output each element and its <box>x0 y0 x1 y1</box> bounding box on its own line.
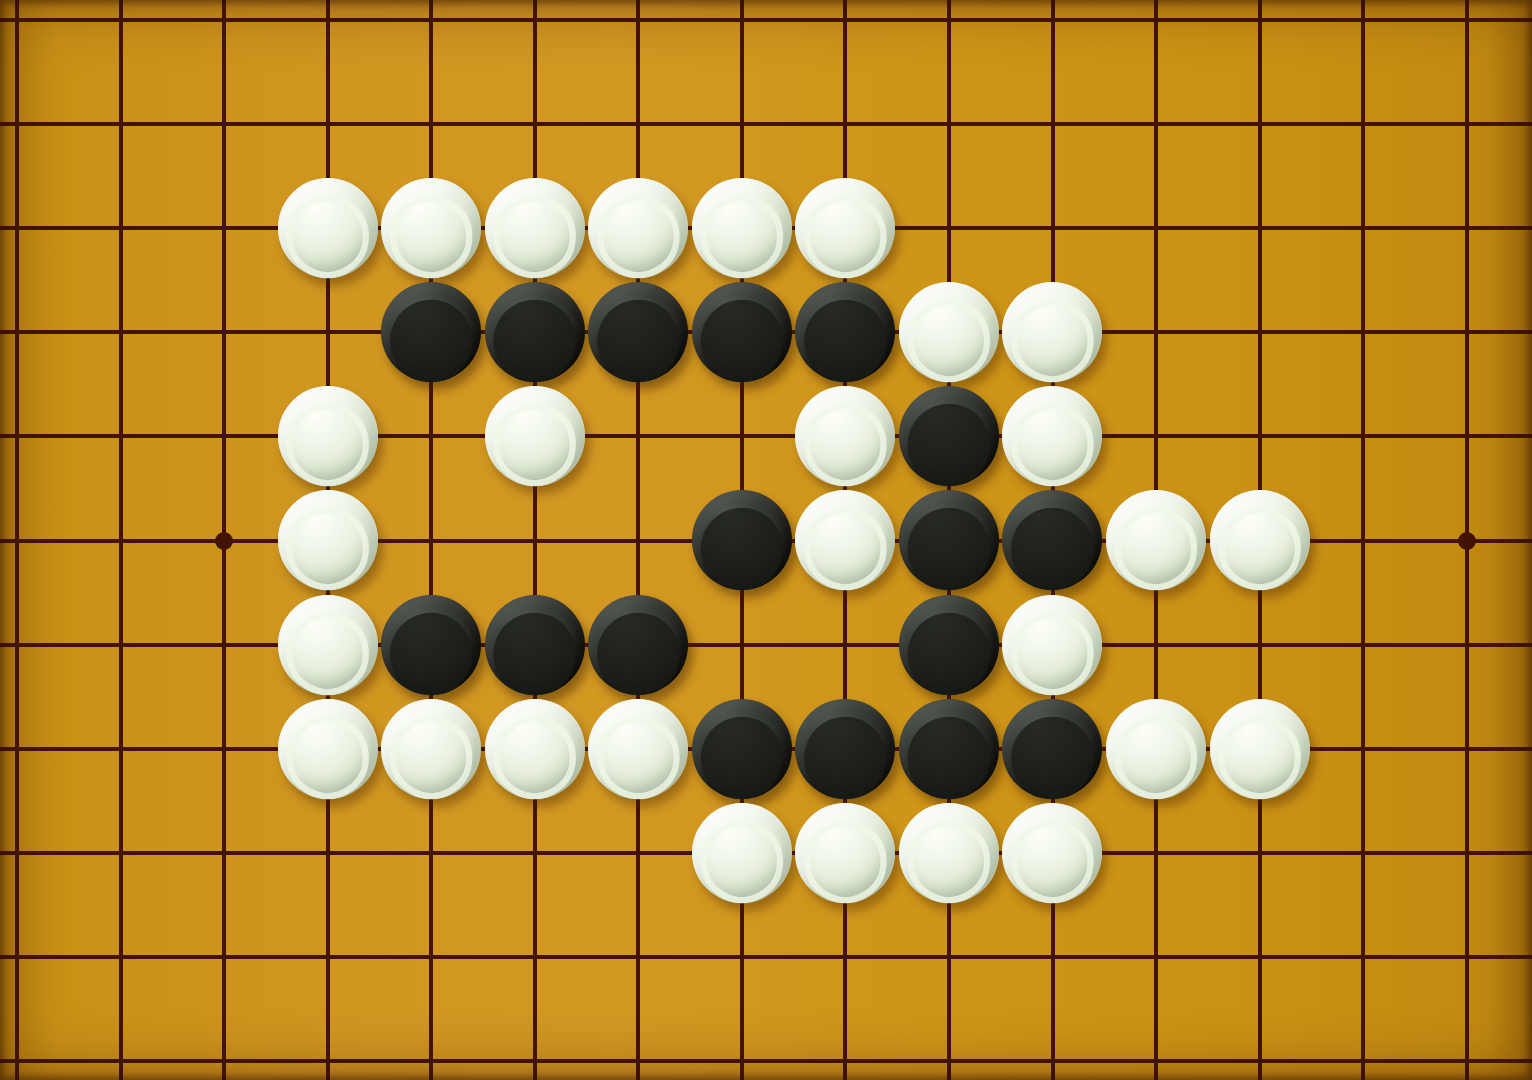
black-stone-glyph: ● <box>384 595 478 695</box>
black-stone-glyph: ● <box>902 386 996 486</box>
white-stone: ○ <box>1210 699 1310 799</box>
black-stone: ● <box>588 282 688 382</box>
black-stone-glyph: ● <box>488 595 582 695</box>
black-stone-glyph: ● <box>695 282 789 382</box>
white-stone-glyph: ○ <box>1005 803 1099 903</box>
black-stone: ● <box>795 282 895 382</box>
black-stone: ● <box>899 595 999 695</box>
white-stone: ○ <box>278 595 378 695</box>
black-stone-glyph: ● <box>902 490 996 590</box>
white-stone: ○ <box>588 699 688 799</box>
black-stone-glyph: ● <box>1005 490 1099 590</box>
black-stone-glyph: ● <box>591 595 685 695</box>
black-stone: ● <box>692 490 792 590</box>
black-stone: ● <box>899 386 999 486</box>
white-stone: ○ <box>588 178 688 278</box>
white-stone: ○ <box>795 178 895 278</box>
white-stone-glyph: ○ <box>798 803 892 903</box>
white-stone-glyph: ○ <box>280 699 374 799</box>
black-stone: ● <box>381 282 481 382</box>
white-stone: ○ <box>381 699 481 799</box>
white-stone-glyph: ○ <box>488 178 582 278</box>
white-stone-glyph: ○ <box>1005 282 1099 382</box>
white-stone-glyph: ○ <box>902 803 996 903</box>
white-stone-glyph: ○ <box>1212 490 1306 590</box>
white-stone-glyph: ○ <box>798 490 892 590</box>
white-stone: ○ <box>1106 699 1206 799</box>
black-stone: ● <box>1002 699 1102 799</box>
white-stone: ○ <box>899 803 999 903</box>
white-stone: ○ <box>795 490 895 590</box>
white-stone: ○ <box>692 178 792 278</box>
white-stone: ○ <box>278 490 378 590</box>
white-stone-glyph: ○ <box>280 386 374 486</box>
white-stone: ○ <box>1002 282 1102 382</box>
white-stone-glyph: ○ <box>280 178 374 278</box>
white-stone-glyph: ○ <box>591 699 685 799</box>
black-stone: ● <box>485 282 585 382</box>
white-stone-glyph: ○ <box>1109 699 1203 799</box>
white-stone-glyph: ○ <box>384 699 478 799</box>
go-board[interactable]: ○○○○○○●●●●●○○○○○●○○●○●●○○○●●●●○○○○○●●●●○… <box>0 0 1532 1080</box>
black-stone-glyph: ● <box>902 595 996 695</box>
black-stone: ● <box>381 595 481 695</box>
black-stone-glyph: ● <box>798 699 892 799</box>
white-stone: ○ <box>899 282 999 382</box>
white-stone-glyph: ○ <box>695 178 789 278</box>
white-stone-glyph: ○ <box>695 803 789 903</box>
white-stone: ○ <box>1002 803 1102 903</box>
black-stone: ● <box>795 699 895 799</box>
black-stone: ● <box>1002 490 1102 590</box>
white-stone-glyph: ○ <box>1005 386 1099 486</box>
white-stone-glyph: ○ <box>1005 595 1099 695</box>
white-stone: ○ <box>278 178 378 278</box>
stones-layer: ○○○○○○●●●●●○○○○○●○○●○●●○○○●●●●○○○○○●●●●○… <box>0 0 1518 1080</box>
white-stone: ○ <box>485 699 585 799</box>
black-stone: ● <box>588 595 688 695</box>
white-stone-glyph: ○ <box>280 490 374 590</box>
white-stone: ○ <box>795 386 895 486</box>
black-stone: ● <box>899 490 999 590</box>
black-stone-glyph: ● <box>1005 699 1099 799</box>
black-stone-glyph: ● <box>488 282 582 382</box>
black-stone-glyph: ● <box>695 490 789 590</box>
white-stone-glyph: ○ <box>591 178 685 278</box>
white-stone: ○ <box>381 178 481 278</box>
white-stone: ○ <box>1210 490 1310 590</box>
white-stone: ○ <box>485 386 585 486</box>
white-stone: ○ <box>1106 490 1206 590</box>
black-stone-glyph: ● <box>695 699 789 799</box>
white-stone: ○ <box>278 699 378 799</box>
black-stone-glyph: ● <box>798 282 892 382</box>
black-stone: ● <box>692 699 792 799</box>
white-stone: ○ <box>795 803 895 903</box>
screenshot-root: ○○○○○○●●●●●○○○○○●○○●○●●○○○●●●●○○○○○●●●●○… <box>0 0 1532 1080</box>
black-stone: ● <box>485 595 585 695</box>
black-stone-glyph: ● <box>591 282 685 382</box>
white-stone: ○ <box>1002 595 1102 695</box>
white-stone-glyph: ○ <box>384 178 478 278</box>
white-stone: ○ <box>1002 386 1102 486</box>
black-stone-glyph: ● <box>384 282 478 382</box>
white-stone: ○ <box>278 386 378 486</box>
black-stone: ● <box>899 699 999 799</box>
white-stone-glyph: ○ <box>1109 490 1203 590</box>
white-stone-glyph: ○ <box>1212 699 1306 799</box>
white-stone-glyph: ○ <box>488 386 582 486</box>
white-stone-glyph: ○ <box>798 178 892 278</box>
white-stone-glyph: ○ <box>280 595 374 695</box>
white-stone-glyph: ○ <box>488 699 582 799</box>
white-stone-glyph: ○ <box>798 386 892 486</box>
white-stone: ○ <box>485 178 585 278</box>
white-stone: ○ <box>692 803 792 903</box>
white-stone-glyph: ○ <box>902 282 996 382</box>
black-stone-glyph: ● <box>902 699 996 799</box>
black-stone: ● <box>692 282 792 382</box>
